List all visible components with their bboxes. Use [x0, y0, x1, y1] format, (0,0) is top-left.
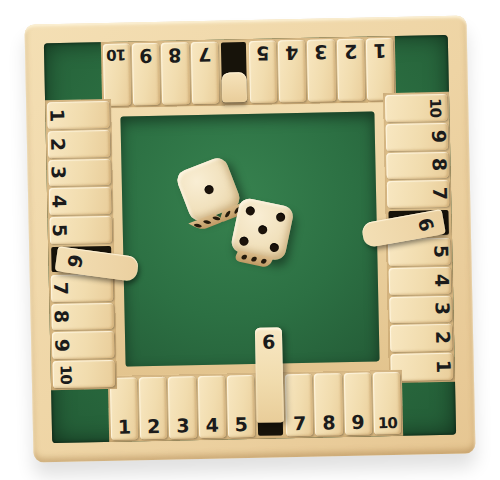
tile-number: 7 [430, 187, 449, 201]
bank-left: 12345678910 [45, 99, 117, 390]
slot-right-6: 6 [387, 209, 450, 237]
tile-number: 4 [49, 195, 68, 209]
tile-top-4[interactable]: 4 [278, 40, 306, 103]
slot-top-2: 2 [336, 39, 364, 102]
slot-left-3: 3 [48, 159, 111, 187]
pip [257, 224, 268, 235]
slot-bottom-4: 4 [197, 376, 225, 439]
tile-right-4[interactable]: 4 [389, 267, 452, 295]
tile-number: 5 [431, 245, 450, 259]
slot-bottom-6: 6 [256, 374, 284, 437]
tile-number: 6 [262, 332, 276, 351]
pip [269, 242, 280, 253]
tile-bottom-3[interactable]: 3 [168, 376, 196, 439]
slot-bottom-10: 10 [373, 372, 401, 435]
slot-top-1: 1 [366, 38, 394, 101]
pip [239, 236, 250, 247]
tile-number: 2 [344, 42, 358, 61]
photo-stage: 1098754321 10987654321 12345678910 12345… [0, 0, 500, 480]
slot-bottom-9: 9 [343, 373, 371, 436]
tile-right-2[interactable]: 2 [390, 324, 453, 352]
pip [224, 210, 231, 218]
tile-top-10[interactable]: 10 [103, 43, 131, 106]
slot-left-2: 2 [48, 130, 111, 158]
tile-bottom-2[interactable]: 2 [139, 377, 167, 440]
tile-top-6-folded-end[interactable] [221, 72, 247, 103]
slot-right-8: 8 [386, 151, 449, 179]
slot-top-10: 10 [103, 43, 131, 106]
tile-right-10[interactable]: 10 [385, 94, 448, 122]
slot-bottom-7: 7 [285, 374, 313, 437]
pip [275, 212, 286, 223]
pip [192, 223, 202, 228]
tile-bottom-5[interactable]: 5 [227, 375, 255, 438]
tile-number: 3 [49, 166, 68, 180]
slot-right-2: 2 [390, 324, 453, 352]
slot-bottom-8: 8 [314, 373, 342, 436]
tile-number: 5 [234, 415, 248, 434]
slot-top-5: 5 [249, 40, 277, 103]
slot-top-4: 4 [278, 40, 306, 103]
slot-right-9: 9 [386, 123, 449, 151]
tile-number: 2 [147, 417, 161, 436]
pip [245, 206, 256, 217]
slot-top-7: 7 [190, 42, 218, 105]
slot-left-10: 10 [53, 360, 116, 388]
tile-number: 4 [285, 43, 299, 62]
slot-top-3: 3 [307, 39, 335, 102]
tile-number: 8 [168, 45, 182, 64]
tile-top-8[interactable]: 8 [161, 42, 189, 105]
tile-top-5[interactable]: 5 [249, 40, 277, 103]
slot-bottom-3: 3 [168, 376, 196, 439]
tile-top-1[interactable]: 1 [366, 38, 394, 101]
slot-left-1: 1 [47, 101, 110, 129]
pip [250, 256, 257, 262]
tile-number: 6 [414, 216, 436, 234]
center-well [107, 98, 393, 380]
tile-left-2[interactable]: 2 [48, 130, 111, 158]
die-2-top-face [230, 197, 295, 262]
tile-top-7[interactable]: 7 [190, 42, 218, 105]
tile-number: 10 [427, 98, 442, 117]
tile-number: 1 [118, 418, 132, 437]
slot-bottom-5: 5 [227, 375, 255, 438]
tile-left-8[interactable]: 8 [51, 302, 114, 330]
tile-left-5[interactable]: 5 [50, 216, 113, 244]
slot-left-7: 7 [51, 274, 114, 302]
tile-number: 10 [107, 47, 126, 62]
tile-left-3[interactable]: 3 [48, 159, 111, 187]
tile-number: 10 [378, 416, 397, 431]
tile-bottom-8[interactable]: 8 [314, 373, 342, 436]
felt-surround: 1098754321 10987654321 12345678910 12345… [44, 35, 456, 443]
slot-right-3: 3 [389, 295, 452, 323]
tile-number: 7 [198, 45, 212, 64]
tile-number: 7 [293, 414, 307, 433]
bank-top: 1098754321 [101, 36, 396, 108]
tile-right-3[interactable]: 3 [389, 295, 452, 323]
tile-number: 10 [58, 365, 73, 384]
die-2[interactable] [230, 197, 295, 262]
pip [203, 184, 215, 196]
tile-left-7[interactable]: 7 [51, 274, 114, 302]
tile-bottom-9[interactable]: 9 [343, 373, 371, 436]
tile-number: 1 [373, 41, 387, 60]
tile-number: 4 [205, 416, 219, 435]
shut-the-box-board: 1098754321 10987654321 12345678910 12345… [24, 15, 475, 462]
tile-number: 3 [314, 42, 328, 61]
die-1[interactable] [174, 155, 243, 224]
slot-left-5: 5 [50, 216, 113, 244]
pip [259, 258, 266, 264]
slot-right-4: 4 [389, 267, 452, 295]
tile-left-1[interactable]: 1 [47, 101, 110, 129]
tile-number: 8 [322, 413, 336, 432]
pip [240, 254, 247, 260]
tile-number: 8 [429, 158, 448, 172]
tile-number: 1 [47, 109, 66, 123]
tile-bottom-4[interactable]: 4 [197, 376, 225, 439]
tile-right-9[interactable]: 9 [386, 123, 449, 151]
tile-left-10[interactable]: 10 [53, 360, 116, 388]
tile-number: 7 [51, 281, 70, 295]
tile-number: 6 [64, 252, 86, 270]
slot-left-6: 6 [50, 245, 113, 273]
tile-top-9[interactable]: 9 [132, 43, 160, 106]
tile-number: 4 [432, 273, 451, 287]
center-felt [120, 111, 379, 366]
tile-number: 1 [433, 360, 452, 374]
tile-number: 3 [176, 416, 190, 435]
tile-bottom-10[interactable]: 10 [373, 372, 401, 435]
bank-bottom: 12345678910 [108, 370, 403, 442]
tile-top-2[interactable]: 2 [336, 39, 364, 102]
slot-top-6 [220, 41, 248, 104]
tile-number: 9 [429, 129, 448, 143]
tile-number: 5 [50, 224, 69, 238]
tile-left-4[interactable]: 4 [49, 187, 112, 215]
tile-top-3[interactable]: 3 [307, 39, 335, 102]
tile-bottom-7[interactable]: 7 [285, 374, 313, 437]
tile-number: 5 [256, 44, 270, 63]
slot-right-10: 10 [385, 94, 448, 122]
tile-number: 2 [48, 137, 67, 151]
tile-number: 9 [52, 339, 71, 353]
bank-right: 10987654321 [383, 92, 455, 383]
tile-number: 3 [432, 302, 451, 316]
slot-left-8: 8 [51, 302, 114, 330]
slot-left-4: 4 [49, 187, 112, 215]
slot-left-9: 9 [52, 331, 115, 359]
slot-top-9: 9 [132, 43, 160, 106]
tile-left-9[interactable]: 9 [52, 331, 115, 359]
tile-right-8[interactable]: 8 [386, 151, 449, 179]
slot-right-7: 7 [387, 180, 450, 208]
slot-bottom-2: 2 [139, 377, 167, 440]
tile-number: 2 [433, 331, 452, 345]
slot-top-8: 8 [161, 42, 189, 105]
pip [202, 220, 212, 225]
tile-number: 8 [52, 310, 71, 324]
tile-right-7[interactable]: 7 [387, 180, 450, 208]
tile-bottom-6-raised[interactable]: 6 [255, 327, 284, 423]
tile-number: 9 [351, 413, 365, 432]
tile-number: 9 [139, 46, 153, 65]
